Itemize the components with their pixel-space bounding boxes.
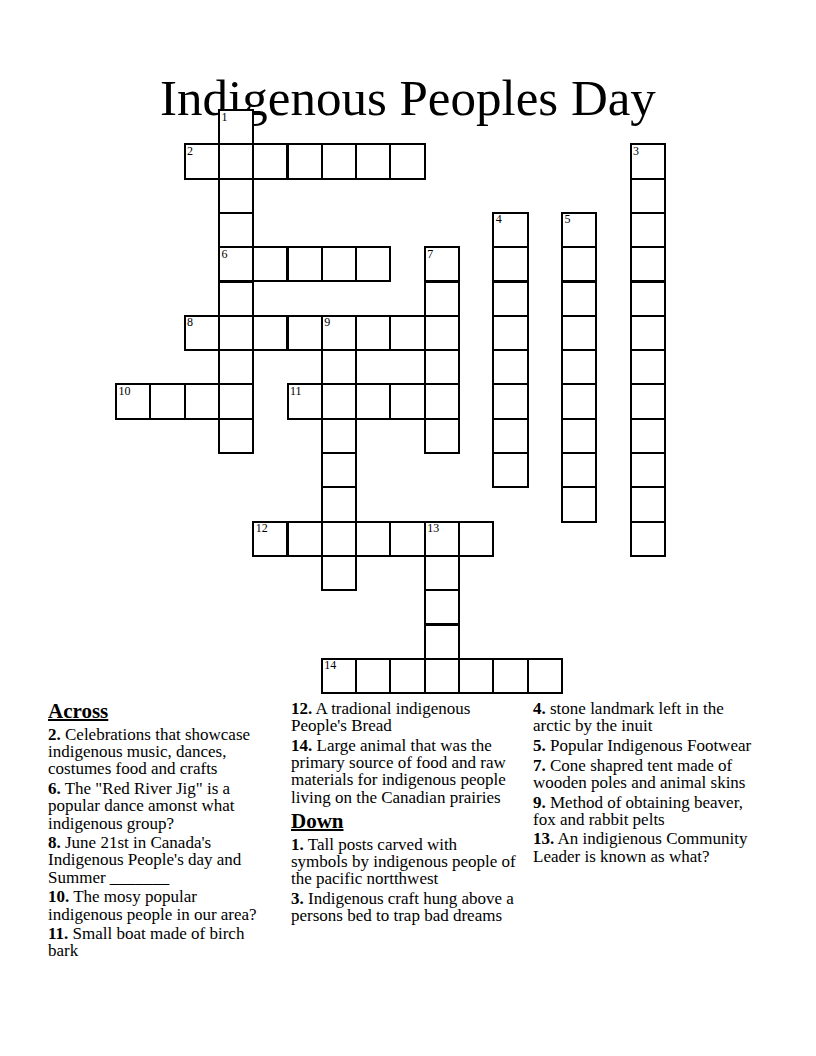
grid-cell[interactable] <box>321 383 357 419</box>
grid-cell[interactable]: 12 <box>252 521 288 557</box>
grid-cell[interactable] <box>355 521 391 557</box>
grid-cell[interactable]: 2 <box>184 143 220 179</box>
grid-cell[interactable] <box>630 315 666 351</box>
grid-cell[interactable] <box>630 383 666 419</box>
clue-across-10: 10. The mosy popular indigenous people i… <box>48 888 259 922</box>
grid-cell[interactable]: 4 <box>492 212 528 248</box>
grid-cell[interactable]: 3 <box>630 143 666 179</box>
grid-cell[interactable] <box>561 281 597 317</box>
grid-cell[interactable] <box>389 521 425 557</box>
grid-cell[interactable]: 13 <box>424 521 460 557</box>
clue-number: 3. <box>291 889 304 908</box>
grid-cell[interactable]: 14 <box>321 658 357 694</box>
clue-across-6: 6. The "Red River Jig" is a popular danc… <box>48 780 259 832</box>
grid-cell[interactable] <box>252 315 288 351</box>
grid-cell[interactable] <box>218 143 254 179</box>
clue-down-1: 1. Tall posts carved with symbols by ind… <box>291 836 518 888</box>
grid-cell[interactable] <box>424 315 460 351</box>
grid-cell[interactable] <box>424 624 460 660</box>
grid-cell[interactable] <box>458 658 494 694</box>
grid-cell[interactable] <box>184 383 220 419</box>
grid-cell[interactable] <box>355 246 391 282</box>
grid-cell[interactable] <box>424 418 460 454</box>
grid-cell[interactable] <box>321 521 357 557</box>
cell-number: 1 <box>221 111 227 124</box>
grid-cell[interactable] <box>252 143 288 179</box>
grid-cell[interactable] <box>355 315 391 351</box>
grid-cell[interactable] <box>561 418 597 454</box>
grid-cell[interactable] <box>492 246 528 282</box>
grid-cell[interactable] <box>492 281 528 317</box>
cell-number: 4 <box>496 213 502 226</box>
grid-cell[interactable] <box>321 555 357 591</box>
cell-number: 6 <box>221 248 227 261</box>
clue-number: 10. <box>48 887 69 906</box>
cell-number: 5 <box>564 213 570 226</box>
grid-cell[interactable]: 9 <box>321 315 357 351</box>
clue-number: 14. <box>291 736 312 755</box>
grid-cell[interactable] <box>287 143 323 179</box>
grid-cell[interactable]: 7 <box>424 246 460 282</box>
clue-down-7: 7. Cone shapred tent made of wooden pole… <box>533 757 757 791</box>
clue-number: 6. <box>48 779 61 798</box>
clue-number: 4. <box>533 699 546 718</box>
clue-column-1: Across2. Celebrations that showcase indi… <box>48 700 259 960</box>
grid-cell[interactable] <box>252 246 288 282</box>
grid-cell[interactable] <box>218 212 254 248</box>
clue-down-13: 13. An indigienous Community Leader is k… <box>533 830 757 864</box>
clue-number: 11. <box>48 924 68 943</box>
grid-cell[interactable] <box>630 486 666 522</box>
grid-cell[interactable] <box>389 383 425 419</box>
grid-cell[interactable] <box>561 452 597 488</box>
clue-number: 7. <box>533 756 546 775</box>
clue-across-11: 11. Small boat made of birch bark <box>48 925 259 959</box>
grid-cell[interactable]: 10 <box>115 383 151 419</box>
grid-cell[interactable] <box>424 383 460 419</box>
grid-cell[interactable] <box>424 589 460 625</box>
grid-cell[interactable] <box>492 418 528 454</box>
grid-cell[interactable] <box>287 246 323 282</box>
grid-cell[interactable]: 1 <box>218 109 254 145</box>
clue-across-8: 8. June 21st in Canada's Indigenous Peop… <box>48 834 259 886</box>
grid-cell[interactable] <box>561 349 597 385</box>
page-title: Indigenous Peoples Day <box>0 70 816 126</box>
cell-number: 9 <box>324 316 330 329</box>
grid-cell[interactable]: 11 <box>287 383 323 419</box>
cell-number: 10 <box>119 385 131 398</box>
grid-cell[interactable]: 8 <box>184 315 220 351</box>
grid-cell[interactable] <box>321 246 357 282</box>
clue-number: 1. <box>291 835 304 854</box>
grid-cell[interactable] <box>458 521 494 557</box>
clue-down-5: 5. Popular Indigenous Footwear <box>533 737 757 754</box>
clue-number: 13. <box>533 829 554 848</box>
grid-cell[interactable] <box>218 418 254 454</box>
grid-cell[interactable] <box>630 212 666 248</box>
grid-cell[interactable] <box>561 383 597 419</box>
cell-number: 8 <box>187 316 193 329</box>
clue-number: 5. <box>533 736 546 755</box>
grid-cell[interactable] <box>492 452 528 488</box>
grid-cell[interactable]: 5 <box>561 212 597 248</box>
grid-cell[interactable] <box>630 418 666 454</box>
cell-number: 3 <box>633 145 639 158</box>
clue-header-down: Down <box>291 810 518 833</box>
clue-number: 12. <box>291 699 312 718</box>
grid-cell[interactable] <box>389 315 425 351</box>
grid-cell[interactable] <box>389 143 425 179</box>
grid-cell[interactable] <box>630 246 666 282</box>
cell-number: 2 <box>187 145 193 158</box>
grid-cell[interactable] <box>424 658 460 694</box>
clue-down-9: 9. Method of obtaining beaver, fox and r… <box>533 794 757 828</box>
clue-across-14: 14. Large animal that was the primary so… <box>291 737 518 806</box>
clue-across-2: 2. Celebrations that showcase indigenous… <box>48 726 259 778</box>
clue-across-12: 12. A tradional indigenous People's Brea… <box>291 700 518 734</box>
grid-cell[interactable] <box>424 555 460 591</box>
grid-cell[interactable] <box>355 658 391 694</box>
grid-cell[interactable] <box>561 315 597 351</box>
grid-cell[interactable] <box>321 486 357 522</box>
grid-cell[interactable] <box>492 315 528 351</box>
grid-cell[interactable] <box>321 143 357 179</box>
grid-cell[interactable] <box>424 281 460 317</box>
grid-cell[interactable] <box>630 452 666 488</box>
cell-number: 12 <box>256 522 268 535</box>
clue-column-2: 12. A tradional indigenous People's Brea… <box>291 700 518 924</box>
grid-cell[interactable] <box>492 383 528 419</box>
grid-cell[interactable] <box>492 349 528 385</box>
grid-cell[interactable] <box>424 349 460 385</box>
grid-cell[interactable] <box>321 418 357 454</box>
grid-cell[interactable] <box>630 178 666 214</box>
grid-cell[interactable] <box>492 658 528 694</box>
grid-cell[interactable] <box>321 452 357 488</box>
cell-number: 7 <box>427 248 433 261</box>
grid-cell[interactable] <box>287 315 323 351</box>
grid-cell[interactable] <box>630 281 666 317</box>
clue-down-4: 4. stone landmark left in the arctic by … <box>533 700 757 734</box>
grid-cell[interactable] <box>561 486 597 522</box>
grid-cell[interactable] <box>527 658 563 694</box>
grid-cell[interactable] <box>355 143 391 179</box>
clue-header-across: Across <box>48 700 259 723</box>
grid-cell[interactable] <box>630 521 666 557</box>
grid-cell[interactable] <box>389 658 425 694</box>
grid-cell[interactable] <box>561 246 597 282</box>
crossword-worksheet: { "game": "crossword", "title": "Indigen… <box>0 0 816 1056</box>
grid-cell[interactable] <box>321 349 357 385</box>
grid-cell[interactable] <box>287 521 323 557</box>
grid-cell[interactable] <box>630 349 666 385</box>
grid-cell[interactable] <box>218 383 254 419</box>
grid-cell[interactable]: 6 <box>218 246 254 282</box>
clue-column-3: 4. stone landmark left in the arctic by … <box>533 700 757 865</box>
grid-cell[interactable] <box>218 281 254 317</box>
grid-cell[interactable] <box>218 349 254 385</box>
cell-number: 13 <box>427 522 439 535</box>
grid-cell[interactable] <box>355 383 391 419</box>
clue-number: 8. <box>48 833 61 852</box>
grid-cell[interactable] <box>149 383 185 419</box>
grid-cell[interactable] <box>218 178 254 214</box>
cell-number: 14 <box>324 659 336 672</box>
clue-number: 9. <box>533 793 546 812</box>
cell-number: 11 <box>290 385 302 398</box>
grid-cell[interactable] <box>218 315 254 351</box>
clue-number: 2. <box>48 725 61 744</box>
clue-down-3: 3. Indigenous craft hung above a persons… <box>291 890 518 924</box>
